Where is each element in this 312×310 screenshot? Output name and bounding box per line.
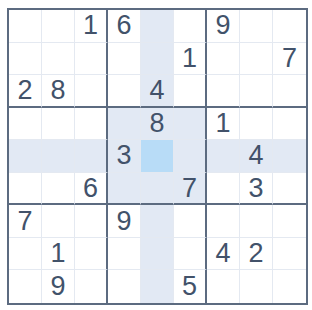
cell-r3c2[interactable]: 8 <box>42 75 75 108</box>
cell-r8c7[interactable]: 4 <box>207 238 240 271</box>
cell-r7c6[interactable] <box>174 205 207 238</box>
cell-r9c7[interactable] <box>207 270 240 303</box>
cell-r5c8[interactable]: 4 <box>240 140 273 173</box>
cell-r6c3[interactable]: 6 <box>75 173 108 206</box>
cell-r3c7[interactable] <box>207 75 240 108</box>
cell-r4c4[interactable] <box>108 108 141 141</box>
cell-r7c1[interactable]: 7 <box>9 205 42 238</box>
cell-r3c6[interactable] <box>174 75 207 108</box>
cell-r5c1[interactable] <box>9 140 42 173</box>
cell-r1c8[interactable] <box>240 10 273 43</box>
cell-r7c8[interactable] <box>240 205 273 238</box>
cell-r6c9[interactable] <box>273 173 306 206</box>
cell-r2c3[interactable] <box>75 43 108 76</box>
cell-r4c3[interactable] <box>75 108 108 141</box>
cell-r9c3[interactable] <box>75 270 108 303</box>
sudoku-board: 1691728481346737914295 <box>7 8 308 305</box>
cell-r8c9[interactable] <box>273 238 306 271</box>
cell-r2c7[interactable] <box>207 43 240 76</box>
cell-r8c3[interactable] <box>75 238 108 271</box>
cell-r2c2[interactable] <box>42 43 75 76</box>
cell-r8c8[interactable]: 2 <box>240 238 273 271</box>
cell-r8c2[interactable]: 1 <box>42 238 75 271</box>
cell-r6c4[interactable] <box>108 173 141 206</box>
cell-r9c4[interactable] <box>108 270 141 303</box>
cell-r1c2[interactable] <box>42 10 75 43</box>
cell-r5c3[interactable] <box>75 140 108 173</box>
cell-r2c5[interactable] <box>141 43 174 76</box>
cell-r4c9[interactable] <box>273 108 306 141</box>
cell-r1c1[interactable] <box>9 10 42 43</box>
cell-r1c9[interactable] <box>273 10 306 43</box>
cell-r5c4[interactable]: 3 <box>108 140 141 173</box>
cell-r6c1[interactable] <box>9 173 42 206</box>
cell-r4c6[interactable] <box>174 108 207 141</box>
cell-r3c8[interactable] <box>240 75 273 108</box>
cell-r6c8[interactable]: 3 <box>240 173 273 206</box>
cell-r4c7[interactable]: 1 <box>207 108 240 141</box>
cell-r2c1[interactable] <box>9 43 42 76</box>
cell-r7c9[interactable] <box>273 205 306 238</box>
cell-r4c1[interactable] <box>9 108 42 141</box>
cell-r8c1[interactable] <box>9 238 42 271</box>
cell-r6c5[interactable] <box>141 173 174 206</box>
cell-r9c9[interactable] <box>273 270 306 303</box>
cell-r4c5[interactable]: 8 <box>141 108 174 141</box>
cell-r1c6[interactable] <box>174 10 207 43</box>
cell-r2c4[interactable] <box>108 43 141 76</box>
cell-r8c6[interactable] <box>174 238 207 271</box>
cell-r7c2[interactable] <box>42 205 75 238</box>
cell-r5c7[interactable] <box>207 140 240 173</box>
cell-r5c6[interactable] <box>174 140 207 173</box>
cell-r3c3[interactable] <box>75 75 108 108</box>
cell-r7c4[interactable]: 9 <box>108 205 141 238</box>
cell-r3c9[interactable] <box>273 75 306 108</box>
cell-r9c8[interactable] <box>240 270 273 303</box>
cell-r7c7[interactable] <box>207 205 240 238</box>
cell-r9c5[interactable] <box>141 270 174 303</box>
cell-r3c5[interactable]: 4 <box>141 75 174 108</box>
cell-r1c4[interactable]: 6 <box>108 10 141 43</box>
cell-r1c5[interactable] <box>141 10 174 43</box>
cell-r6c2[interactable] <box>42 173 75 206</box>
cell-r7c5[interactable] <box>141 205 174 238</box>
cell-r4c8[interactable] <box>240 108 273 141</box>
cell-r3c1[interactable]: 2 <box>9 75 42 108</box>
cell-r9c6[interactable]: 5 <box>174 270 207 303</box>
cell-r1c7[interactable]: 9 <box>207 10 240 43</box>
cell-r2c9[interactable]: 7 <box>273 43 306 76</box>
cell-r8c4[interactable] <box>108 238 141 271</box>
cell-r9c1[interactable] <box>9 270 42 303</box>
cell-r2c8[interactable] <box>240 43 273 76</box>
cell-r4c2[interactable] <box>42 108 75 141</box>
cell-r5c5[interactable] <box>141 140 174 173</box>
sudoku-app: 1691728481346737914295 <box>0 0 312 310</box>
cell-r6c6[interactable]: 7 <box>174 173 207 206</box>
cell-r2c6[interactable]: 1 <box>174 43 207 76</box>
cell-r5c9[interactable] <box>273 140 306 173</box>
cell-r8c5[interactable] <box>141 238 174 271</box>
cell-r7c3[interactable] <box>75 205 108 238</box>
cell-r5c2[interactable] <box>42 140 75 173</box>
cell-r1c3[interactable]: 1 <box>75 10 108 43</box>
cell-r9c2[interactable]: 9 <box>42 270 75 303</box>
cell-r6c7[interactable] <box>207 173 240 206</box>
cell-r3c4[interactable] <box>108 75 141 108</box>
